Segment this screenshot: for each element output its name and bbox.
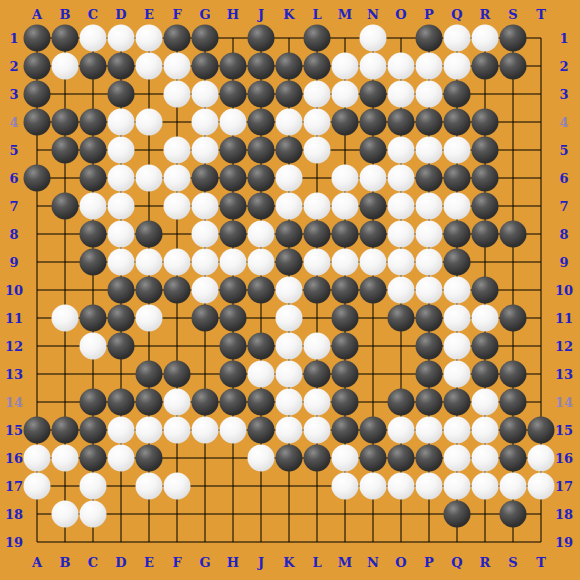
white-stone-O3[interactable] [388, 81, 415, 108]
white-stone-N1[interactable] [360, 25, 387, 52]
white-stone-A16[interactable] [24, 445, 51, 472]
white-stone-C1[interactable] [80, 25, 107, 52]
white-stone-J9[interactable] [248, 249, 275, 276]
col-label-bottom-F: F [172, 556, 181, 569]
black-stone-J1[interactable] [248, 25, 275, 52]
black-stone-S15[interactable] [500, 417, 527, 444]
white-stone-E4[interactable] [136, 109, 163, 136]
black-stone-Q9[interactable] [444, 249, 471, 276]
white-stone-G15[interactable] [192, 417, 219, 444]
black-stone-J10[interactable] [248, 277, 275, 304]
white-stone-K4[interactable] [276, 109, 303, 136]
black-stone-K8[interactable] [276, 221, 303, 248]
black-stone-K9[interactable] [276, 249, 303, 276]
white-stone-O9[interactable] [388, 249, 415, 276]
black-stone-M4[interactable] [332, 109, 359, 136]
white-stone-N9[interactable] [360, 249, 387, 276]
black-stone-Q6[interactable] [444, 165, 471, 192]
white-stone-D9[interactable] [108, 249, 135, 276]
row-label-right-12: 12 [555, 340, 573, 353]
black-stone-K16[interactable] [276, 445, 303, 472]
black-stone-P11[interactable] [416, 305, 443, 332]
white-stone-B11[interactable] [52, 305, 79, 332]
white-stone-Q17[interactable] [444, 473, 471, 500]
white-stone-K15[interactable] [276, 417, 303, 444]
row-label-left-17: 17 [5, 480, 23, 493]
white-stone-K7[interactable] [276, 193, 303, 220]
black-stone-C5[interactable] [80, 137, 107, 164]
white-stone-P8[interactable] [416, 221, 443, 248]
black-stone-S11[interactable] [500, 305, 527, 332]
black-stone-J7[interactable] [248, 193, 275, 220]
white-stone-E2[interactable] [136, 53, 163, 80]
white-stone-A17[interactable] [24, 473, 51, 500]
black-stone-J12[interactable] [248, 333, 275, 360]
row-label-left-4: 4 [9, 116, 18, 129]
black-stone-H11[interactable] [220, 305, 247, 332]
white-stone-D16[interactable] [108, 445, 135, 472]
black-stone-M13[interactable] [332, 361, 359, 388]
row-label-left-16: 16 [5, 452, 23, 465]
black-stone-D10[interactable] [108, 277, 135, 304]
row-label-right-10: 10 [555, 284, 573, 297]
col-label-top-Q: Q [451, 8, 462, 21]
white-stone-J8[interactable] [248, 221, 275, 248]
white-stone-E1[interactable] [136, 25, 163, 52]
white-stone-H4[interactable] [220, 109, 247, 136]
white-stone-O8[interactable] [388, 221, 415, 248]
black-stone-D12[interactable] [108, 333, 135, 360]
white-stone-P2[interactable] [416, 53, 443, 80]
black-stone-L1[interactable] [304, 25, 331, 52]
black-stone-Q4[interactable] [444, 109, 471, 136]
white-stone-P15[interactable] [416, 417, 443, 444]
white-stone-K10[interactable] [276, 277, 303, 304]
black-stone-D14[interactable] [108, 389, 135, 416]
black-stone-F1[interactable] [164, 25, 191, 52]
white-stone-B16[interactable] [52, 445, 79, 472]
col-label-top-J: J [258, 8, 264, 21]
black-stone-K2[interactable] [276, 53, 303, 80]
row-label-left-15: 15 [5, 424, 23, 437]
white-stone-E15[interactable] [136, 417, 163, 444]
black-stone-S1[interactable] [500, 25, 527, 52]
black-stone-G14[interactable] [192, 389, 219, 416]
black-stone-N4[interactable] [360, 109, 387, 136]
white-stone-J13[interactable] [248, 361, 275, 388]
black-stone-B5[interactable] [52, 137, 79, 164]
col-label-top-O: O [395, 8, 406, 21]
white-stone-P10[interactable] [416, 277, 443, 304]
white-stone-Q5[interactable] [444, 137, 471, 164]
black-stone-P12[interactable] [416, 333, 443, 360]
row-label-right-7: 7 [559, 200, 568, 213]
black-stone-P13[interactable] [416, 361, 443, 388]
row-label-right-17: 17 [555, 480, 573, 493]
white-stone-D8[interactable] [108, 221, 135, 248]
col-label-top-C: C [88, 8, 98, 21]
white-stone-Q11[interactable] [444, 305, 471, 332]
white-stone-G9[interactable] [192, 249, 219, 276]
black-stone-M14[interactable] [332, 389, 359, 416]
col-label-bottom-O: O [395, 556, 406, 569]
white-stone-L4[interactable] [304, 109, 331, 136]
col-label-bottom-A: A [32, 556, 42, 569]
black-stone-Q3[interactable] [444, 81, 471, 108]
black-stone-S8[interactable] [500, 221, 527, 248]
white-stone-G10[interactable] [192, 277, 219, 304]
row-label-left-13: 13 [5, 368, 23, 381]
black-stone-M11[interactable] [332, 305, 359, 332]
black-stone-N16[interactable] [360, 445, 387, 472]
black-stone-B7[interactable] [52, 193, 79, 220]
black-stone-A2[interactable] [24, 53, 51, 80]
col-label-top-B: B [60, 8, 71, 21]
black-stone-G6[interactable] [192, 165, 219, 192]
black-stone-P6[interactable] [416, 165, 443, 192]
black-stone-C4[interactable] [80, 109, 107, 136]
white-stone-O7[interactable] [388, 193, 415, 220]
black-stone-N5[interactable] [360, 137, 387, 164]
black-stone-C14[interactable] [80, 389, 107, 416]
black-stone-G2[interactable] [192, 53, 219, 80]
row-label-left-19: 19 [5, 536, 23, 549]
white-stone-L14[interactable] [304, 389, 331, 416]
white-stone-F14[interactable] [164, 389, 191, 416]
black-stone-L10[interactable] [304, 277, 331, 304]
white-stone-F5[interactable] [164, 137, 191, 164]
white-stone-P17[interactable] [416, 473, 443, 500]
white-stone-Q13[interactable] [444, 361, 471, 388]
white-stone-F3[interactable] [164, 81, 191, 108]
row-label-left-8: 8 [9, 228, 18, 241]
white-stone-D15[interactable] [108, 417, 135, 444]
black-stone-M12[interactable] [332, 333, 359, 360]
black-stone-O14[interactable] [388, 389, 415, 416]
black-stone-R10[interactable] [472, 277, 499, 304]
row-label-left-9: 9 [9, 256, 18, 269]
black-stone-K3[interactable] [276, 81, 303, 108]
black-stone-H14[interactable] [220, 389, 247, 416]
white-stone-Q16[interactable] [444, 445, 471, 472]
col-label-top-T: T [536, 8, 546, 21]
go-board[interactable]: AABBCCDDEEFFGGHHJJKKLLMMNNOOPPQQRRSSTT11… [0, 0, 580, 580]
row-label-left-6: 6 [9, 172, 18, 185]
white-stone-O5[interactable] [388, 137, 415, 164]
row-label-right-2: 2 [559, 60, 568, 73]
white-stone-R17[interactable] [472, 473, 499, 500]
white-stone-L9[interactable] [304, 249, 331, 276]
row-label-left-14: 14 [5, 396, 23, 409]
black-stone-K5[interactable] [276, 137, 303, 164]
white-stone-Q10[interactable] [444, 277, 471, 304]
black-stone-B15[interactable] [52, 417, 79, 444]
white-stone-L5[interactable] [304, 137, 331, 164]
white-stone-F15[interactable] [164, 417, 191, 444]
black-stone-S16[interactable] [500, 445, 527, 472]
white-stone-Q15[interactable] [444, 417, 471, 444]
white-stone-L3[interactable] [304, 81, 331, 108]
white-stone-C17[interactable] [80, 473, 107, 500]
black-stone-O11[interactable] [388, 305, 415, 332]
black-stone-C9[interactable] [80, 249, 107, 276]
black-stone-R6[interactable] [472, 165, 499, 192]
black-stone-R4[interactable] [472, 109, 499, 136]
col-label-bottom-N: N [367, 556, 379, 569]
white-stone-J16[interactable] [248, 445, 275, 472]
black-stone-C15[interactable] [80, 417, 107, 444]
white-stone-E6[interactable] [136, 165, 163, 192]
white-stone-L7[interactable] [304, 193, 331, 220]
white-stone-H9[interactable] [220, 249, 247, 276]
col-label-top-F: F [172, 8, 181, 21]
row-label-right-6: 6 [559, 172, 568, 185]
black-stone-N15[interactable] [360, 417, 387, 444]
black-stone-N7[interactable] [360, 193, 387, 220]
black-stone-C6[interactable] [80, 165, 107, 192]
black-stone-S13[interactable] [500, 361, 527, 388]
white-stone-S17[interactable] [500, 473, 527, 500]
white-stone-P9[interactable] [416, 249, 443, 276]
white-stone-K11[interactable] [276, 305, 303, 332]
black-stone-M15[interactable] [332, 417, 359, 444]
white-stone-Q12[interactable] [444, 333, 471, 360]
black-stone-N8[interactable] [360, 221, 387, 248]
white-stone-M2[interactable] [332, 53, 359, 80]
row-label-right-16: 16 [555, 452, 573, 465]
white-stone-K12[interactable] [276, 333, 303, 360]
col-label-bottom-H: H [227, 556, 239, 569]
black-stone-C16[interactable] [80, 445, 107, 472]
white-stone-M9[interactable] [332, 249, 359, 276]
white-stone-G5[interactable] [192, 137, 219, 164]
white-stone-G4[interactable] [192, 109, 219, 136]
white-stone-N17[interactable] [360, 473, 387, 500]
white-stone-O15[interactable] [388, 417, 415, 444]
black-stone-A6[interactable] [24, 165, 51, 192]
black-stone-E16[interactable] [136, 445, 163, 472]
col-label-bottom-M: M [338, 556, 352, 569]
black-stone-S2[interactable] [500, 53, 527, 80]
white-stone-D1[interactable] [108, 25, 135, 52]
white-stone-C12[interactable] [80, 333, 107, 360]
white-stone-G3[interactable] [192, 81, 219, 108]
black-stone-N10[interactable] [360, 277, 387, 304]
black-stone-G11[interactable] [192, 305, 219, 332]
black-stone-D3[interactable] [108, 81, 135, 108]
col-label-top-A: A [32, 8, 42, 21]
black-stone-R7[interactable] [472, 193, 499, 220]
black-stone-R13[interactable] [472, 361, 499, 388]
white-stone-O17[interactable] [388, 473, 415, 500]
white-stone-D7[interactable] [108, 193, 135, 220]
black-stone-E13[interactable] [136, 361, 163, 388]
col-label-top-S: S [508, 8, 517, 21]
black-stone-P14[interactable] [416, 389, 443, 416]
white-stone-M3[interactable] [332, 81, 359, 108]
black-stone-R5[interactable] [472, 137, 499, 164]
black-stone-P1[interactable] [416, 25, 443, 52]
white-stone-F9[interactable] [164, 249, 191, 276]
white-stone-B2[interactable] [52, 53, 79, 80]
white-stone-Q1[interactable] [444, 25, 471, 52]
white-stone-R16[interactable] [472, 445, 499, 472]
white-stone-K13[interactable] [276, 361, 303, 388]
white-stone-E17[interactable] [136, 473, 163, 500]
black-stone-M10[interactable] [332, 277, 359, 304]
black-stone-E8[interactable] [136, 221, 163, 248]
white-stone-N2[interactable] [360, 53, 387, 80]
row-label-left-7: 7 [9, 200, 18, 213]
black-stone-O16[interactable] [388, 445, 415, 472]
white-stone-F6[interactable] [164, 165, 191, 192]
black-stone-J2[interactable] [248, 53, 275, 80]
black-stone-S14[interactable] [500, 389, 527, 416]
col-label-bottom-R: R [480, 556, 491, 569]
white-stone-O10[interactable] [388, 277, 415, 304]
white-stone-G8[interactable] [192, 221, 219, 248]
black-stone-R2[interactable] [472, 53, 499, 80]
white-stone-O6[interactable] [388, 165, 415, 192]
black-stone-B1[interactable] [52, 25, 79, 52]
col-label-top-H: H [227, 8, 239, 21]
black-stone-F10[interactable] [164, 277, 191, 304]
black-stone-H13[interactable] [220, 361, 247, 388]
col-label-top-P: P [424, 8, 434, 21]
white-stone-C18[interactable] [80, 501, 107, 528]
white-stone-H15[interactable] [220, 417, 247, 444]
white-stone-M17[interactable] [332, 473, 359, 500]
row-label-right-13: 13 [555, 368, 573, 381]
white-stone-F17[interactable] [164, 473, 191, 500]
white-stone-F2[interactable] [164, 53, 191, 80]
black-stone-F13[interactable] [164, 361, 191, 388]
col-label-bottom-J: J [258, 556, 264, 569]
black-stone-D11[interactable] [108, 305, 135, 332]
white-stone-T16[interactable] [528, 445, 555, 472]
white-stone-P3[interactable] [416, 81, 443, 108]
black-stone-H12[interactable] [220, 333, 247, 360]
black-stone-H3[interactable] [220, 81, 247, 108]
black-stone-Q18[interactable] [444, 501, 471, 528]
black-stone-R12[interactable] [472, 333, 499, 360]
white-stone-E11[interactable] [136, 305, 163, 332]
white-stone-M7[interactable] [332, 193, 359, 220]
black-stone-N3[interactable] [360, 81, 387, 108]
black-stone-J5[interactable] [248, 137, 275, 164]
white-stone-M16[interactable] [332, 445, 359, 472]
white-stone-F7[interactable] [164, 193, 191, 220]
black-stone-L13[interactable] [304, 361, 331, 388]
white-stone-T17[interactable] [528, 473, 555, 500]
black-stone-L2[interactable] [304, 53, 331, 80]
col-label-top-D: D [115, 8, 126, 21]
col-label-bottom-P: P [424, 556, 434, 569]
black-stone-H6[interactable] [220, 165, 247, 192]
col-label-top-N: N [367, 8, 379, 21]
white-stone-L12[interactable] [304, 333, 331, 360]
white-stone-R15[interactable] [472, 417, 499, 444]
col-label-bottom-T: T [536, 556, 546, 569]
row-label-left-18: 18 [5, 508, 23, 521]
black-stone-S18[interactable] [500, 501, 527, 528]
white-stone-K6[interactable] [276, 165, 303, 192]
white-stone-D5[interactable] [108, 137, 135, 164]
col-label-bottom-D: D [115, 556, 126, 569]
black-stone-E10[interactable] [136, 277, 163, 304]
white-stone-D6[interactable] [108, 165, 135, 192]
col-label-top-M: M [338, 8, 352, 21]
black-stone-H8[interactable] [220, 221, 247, 248]
black-stone-J4[interactable] [248, 109, 275, 136]
row-label-right-9: 9 [559, 256, 568, 269]
black-stone-L16[interactable] [304, 445, 331, 472]
black-stone-J3[interactable] [248, 81, 275, 108]
black-stone-C2[interactable] [80, 53, 107, 80]
black-stone-J15[interactable] [248, 417, 275, 444]
black-stone-C8[interactable] [80, 221, 107, 248]
white-stone-O2[interactable] [388, 53, 415, 80]
white-stone-P7[interactable] [416, 193, 443, 220]
col-label-top-E: E [144, 8, 154, 21]
black-stone-Q8[interactable] [444, 221, 471, 248]
white-stone-L15[interactable] [304, 417, 331, 444]
black-stone-E14[interactable] [136, 389, 163, 416]
white-stone-G7[interactable] [192, 193, 219, 220]
black-stone-C11[interactable] [80, 305, 107, 332]
black-stone-P4[interactable] [416, 109, 443, 136]
black-stone-A3[interactable] [24, 81, 51, 108]
black-stone-P16[interactable] [416, 445, 443, 472]
white-stone-E9[interactable] [136, 249, 163, 276]
black-stone-H2[interactable] [220, 53, 247, 80]
black-stone-A1[interactable] [24, 25, 51, 52]
black-stone-R8[interactable] [472, 221, 499, 248]
white-stone-R14[interactable] [472, 389, 499, 416]
white-stone-M6[interactable] [332, 165, 359, 192]
white-stone-B18[interactable] [52, 501, 79, 528]
white-stone-Q2[interactable] [444, 53, 471, 80]
black-stone-H10[interactable] [220, 277, 247, 304]
white-stone-D4[interactable] [108, 109, 135, 136]
black-stone-J6[interactable] [248, 165, 275, 192]
row-label-right-4: 4 [559, 116, 568, 129]
row-label-left-5: 5 [9, 144, 18, 157]
white-stone-P5[interactable] [416, 137, 443, 164]
black-stone-A15[interactable] [24, 417, 51, 444]
col-label-top-K: K [283, 8, 294, 21]
black-stone-H5[interactable] [220, 137, 247, 164]
white-stone-R11[interactable] [472, 305, 499, 332]
black-stone-O4[interactable] [388, 109, 415, 136]
row-label-right-11: 11 [555, 312, 573, 325]
black-stone-D2[interactable] [108, 53, 135, 80]
black-stone-Q14[interactable] [444, 389, 471, 416]
white-stone-C7[interactable] [80, 193, 107, 220]
black-stone-M8[interactable] [332, 221, 359, 248]
black-stone-L8[interactable] [304, 221, 331, 248]
white-stone-Q7[interactable] [444, 193, 471, 220]
black-stone-J14[interactable] [248, 389, 275, 416]
black-stone-T15[interactable] [528, 417, 555, 444]
black-stone-B4[interactable] [52, 109, 79, 136]
white-stone-K14[interactable] [276, 389, 303, 416]
white-stone-N6[interactable] [360, 165, 387, 192]
white-stone-R1[interactable] [472, 25, 499, 52]
black-stone-G1[interactable] [192, 25, 219, 52]
black-stone-H7[interactable] [220, 193, 247, 220]
black-stone-A4[interactable] [24, 109, 51, 136]
